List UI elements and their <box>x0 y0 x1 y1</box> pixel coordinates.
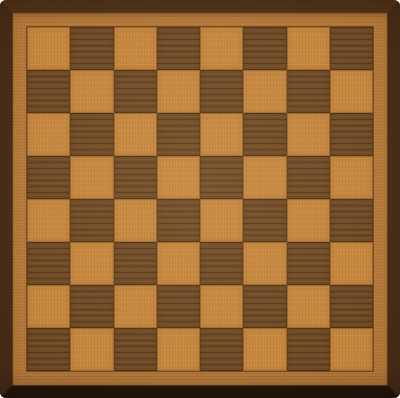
square-f4[interactable] <box>243 199 286 242</box>
square-g7[interactable] <box>287 70 330 113</box>
board-grid <box>26 26 374 372</box>
square-e8[interactable] <box>200 27 243 70</box>
square-a4[interactable] <box>27 199 70 242</box>
square-d7[interactable] <box>157 70 200 113</box>
square-b4[interactable] <box>70 199 113 242</box>
square-e6[interactable] <box>200 113 243 156</box>
square-h4[interactable] <box>330 199 373 242</box>
square-c8[interactable] <box>114 27 157 70</box>
square-f6[interactable] <box>243 113 286 156</box>
square-b2[interactable] <box>70 285 113 328</box>
square-c4[interactable] <box>114 199 157 242</box>
square-a1[interactable] <box>27 328 70 371</box>
square-a6[interactable] <box>27 113 70 156</box>
square-a2[interactable] <box>27 285 70 328</box>
square-d8[interactable] <box>157 27 200 70</box>
square-g8[interactable] <box>287 27 330 70</box>
chessboard-photo <box>0 0 400 398</box>
square-g2[interactable] <box>287 285 330 328</box>
square-h3[interactable] <box>330 242 373 285</box>
square-f8[interactable] <box>243 27 286 70</box>
photo-crop <box>0 0 400 398</box>
square-b7[interactable] <box>70 70 113 113</box>
square-a5[interactable] <box>27 156 70 199</box>
square-g5[interactable] <box>287 156 330 199</box>
square-a8[interactable] <box>27 27 70 70</box>
square-b8[interactable] <box>70 27 113 70</box>
square-b1[interactable] <box>70 328 113 371</box>
square-c6[interactable] <box>114 113 157 156</box>
square-d1[interactable] <box>157 328 200 371</box>
board-frame <box>0 0 400 398</box>
square-g6[interactable] <box>287 113 330 156</box>
square-g1[interactable] <box>287 328 330 371</box>
square-a3[interactable] <box>27 242 70 285</box>
square-h8[interactable] <box>330 27 373 70</box>
square-b6[interactable] <box>70 113 113 156</box>
square-f1[interactable] <box>243 328 286 371</box>
square-c5[interactable] <box>114 156 157 199</box>
square-e2[interactable] <box>200 285 243 328</box>
square-c1[interactable] <box>114 328 157 371</box>
square-h2[interactable] <box>330 285 373 328</box>
square-h5[interactable] <box>330 156 373 199</box>
square-c3[interactable] <box>114 242 157 285</box>
square-e7[interactable] <box>200 70 243 113</box>
square-h7[interactable] <box>330 70 373 113</box>
square-c2[interactable] <box>114 285 157 328</box>
square-g3[interactable] <box>287 242 330 285</box>
square-f2[interactable] <box>243 285 286 328</box>
square-b5[interactable] <box>70 156 113 199</box>
square-d5[interactable] <box>157 156 200 199</box>
square-c7[interactable] <box>114 70 157 113</box>
square-e1[interactable] <box>200 328 243 371</box>
square-e5[interactable] <box>200 156 243 199</box>
square-e3[interactable] <box>200 242 243 285</box>
square-g4[interactable] <box>287 199 330 242</box>
square-a7[interactable] <box>27 70 70 113</box>
square-f7[interactable] <box>243 70 286 113</box>
square-d4[interactable] <box>157 199 200 242</box>
square-f3[interactable] <box>243 242 286 285</box>
square-e4[interactable] <box>200 199 243 242</box>
square-d3[interactable] <box>157 242 200 285</box>
square-f5[interactable] <box>243 156 286 199</box>
square-d6[interactable] <box>157 113 200 156</box>
square-b3[interactable] <box>70 242 113 285</box>
square-h1[interactable] <box>330 328 373 371</box>
square-d2[interactable] <box>157 285 200 328</box>
square-h6[interactable] <box>330 113 373 156</box>
